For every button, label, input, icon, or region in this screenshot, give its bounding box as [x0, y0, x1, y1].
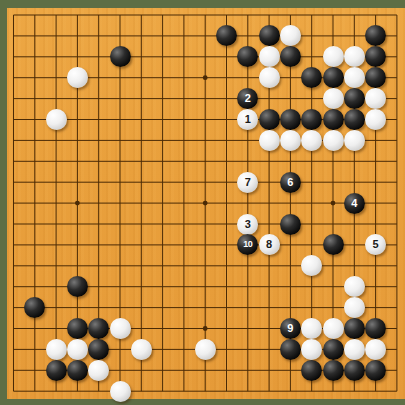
white-stone[interactable]	[46, 339, 67, 360]
white-stone[interactable]	[110, 381, 131, 402]
white-stone[interactable]	[365, 109, 386, 130]
black-stone[interactable]	[301, 360, 322, 381]
move-number-label: 4	[351, 193, 357, 214]
black-stone[interactable]	[344, 88, 365, 109]
star-point	[331, 201, 336, 206]
black-stone[interactable]	[46, 360, 67, 381]
black-stone[interactable]	[280, 109, 301, 130]
move-number-label: 7	[245, 172, 251, 193]
white-stone[interactable]	[259, 46, 280, 67]
white-stone[interactable]	[344, 339, 365, 360]
black-stone[interactable]	[280, 214, 301, 235]
black-stone[interactable]	[323, 360, 344, 381]
star-point	[203, 75, 208, 80]
black-stone[interactable]	[344, 318, 365, 339]
white-stone[interactable]	[344, 297, 365, 318]
white-stone[interactable]	[344, 67, 365, 88]
move-number-label: 6	[287, 172, 293, 193]
move-number-label: 1	[245, 109, 251, 130]
white-stone[interactable]	[131, 339, 152, 360]
black-stone[interactable]	[259, 25, 280, 46]
star-point	[75, 201, 80, 206]
black-stone[interactable]	[67, 318, 88, 339]
white-stone[interactable]	[67, 67, 88, 88]
black-stone[interactable]	[365, 360, 386, 381]
white-stone[interactable]	[365, 339, 386, 360]
go-board[interactable]: 21764310859	[7, 8, 405, 399]
black-stone[interactable]	[323, 339, 344, 360]
white-stone[interactable]	[344, 276, 365, 297]
move-number-label: 8	[266, 234, 272, 255]
white-stone[interactable]	[323, 318, 344, 339]
black-stone[interactable]	[323, 109, 344, 130]
star-point	[203, 326, 208, 331]
black-stone[interactable]	[323, 67, 344, 88]
white-stone[interactable]	[323, 46, 344, 67]
white-stone[interactable]	[88, 360, 109, 381]
numbered-stone-7[interactable]: 7	[237, 172, 258, 193]
white-stone[interactable]	[344, 46, 365, 67]
white-stone[interactable]	[195, 339, 216, 360]
white-stone[interactable]	[344, 130, 365, 151]
go-game-screenshot: 21764310859	[0, 0, 405, 405]
white-stone[interactable]	[323, 130, 344, 151]
numbered-stone-9[interactable]: 9	[280, 318, 301, 339]
black-stone[interactable]	[344, 360, 365, 381]
black-stone[interactable]	[259, 109, 280, 130]
white-stone[interactable]	[259, 67, 280, 88]
white-stone[interactable]	[259, 130, 280, 151]
white-stone[interactable]	[301, 130, 322, 151]
black-stone[interactable]	[67, 276, 88, 297]
black-stone[interactable]	[88, 339, 109, 360]
numbered-stone-6[interactable]: 6	[280, 172, 301, 193]
numbered-stone-4[interactable]: 4	[344, 193, 365, 214]
white-stone[interactable]	[46, 109, 67, 130]
black-stone[interactable]	[110, 46, 131, 67]
numbered-stone-3[interactable]: 3	[237, 214, 258, 235]
white-stone[interactable]	[110, 318, 131, 339]
black-stone[interactable]	[365, 318, 386, 339]
move-number-label: 9	[287, 318, 293, 339]
move-number-label: 10	[243, 234, 252, 255]
move-number-label: 5	[373, 234, 379, 255]
white-stone[interactable]	[323, 88, 344, 109]
star-point	[203, 201, 208, 206]
white-stone[interactable]	[280, 130, 301, 151]
black-stone[interactable]	[344, 109, 365, 130]
move-number-label: 3	[245, 214, 251, 235]
white-stone[interactable]	[301, 339, 322, 360]
black-stone[interactable]	[323, 234, 344, 255]
black-stone[interactable]	[67, 360, 88, 381]
numbered-stone-8[interactable]: 8	[259, 234, 280, 255]
white-stone[interactable]	[67, 339, 88, 360]
black-stone[interactable]	[280, 339, 301, 360]
move-number-label: 2	[245, 88, 251, 109]
